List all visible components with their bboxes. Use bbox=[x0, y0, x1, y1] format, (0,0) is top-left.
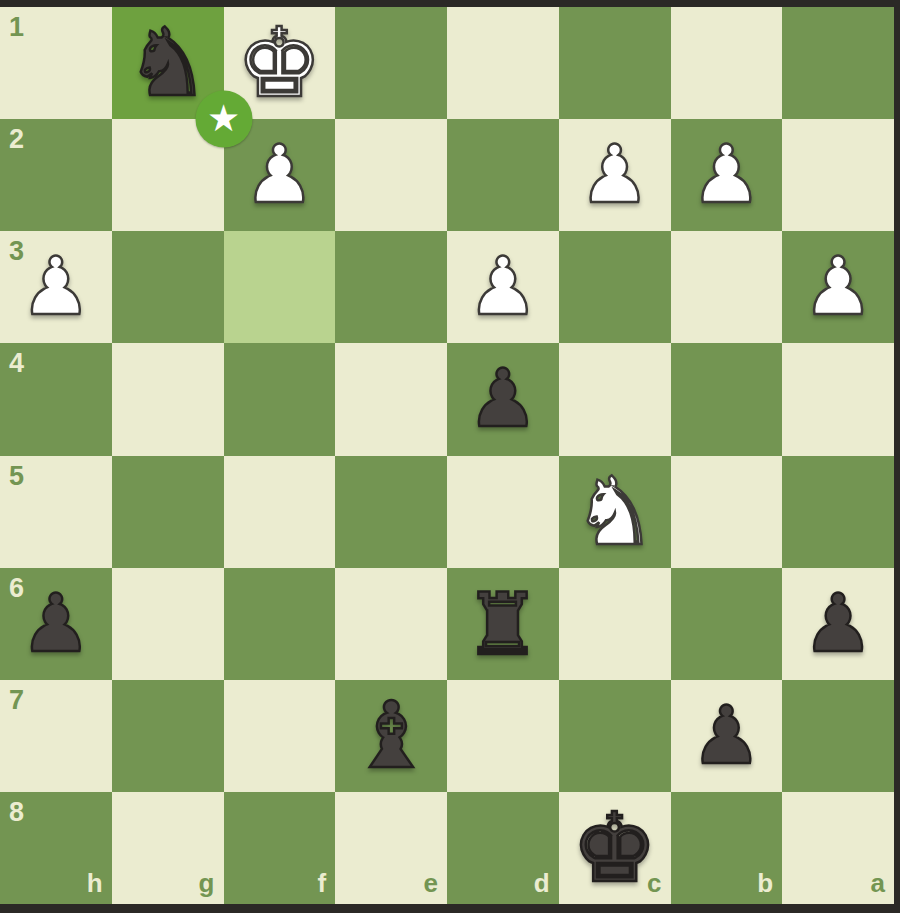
square-e2[interactable] bbox=[335, 119, 447, 231]
square-e8[interactable]: e bbox=[335, 792, 447, 904]
file-label-a: a bbox=[871, 868, 885, 899]
square-g5[interactable] bbox=[112, 456, 224, 568]
square-d8[interactable]: d bbox=[447, 792, 559, 904]
rank-label-5: 5 bbox=[9, 461, 24, 492]
square-g3[interactable] bbox=[112, 231, 224, 343]
square-h8[interactable]: 8h bbox=[0, 792, 112, 904]
square-g8[interactable]: g bbox=[112, 792, 224, 904]
square-b1[interactable] bbox=[671, 7, 783, 119]
square-h4[interactable]: 4 bbox=[0, 343, 112, 455]
square-h7[interactable]: 7 bbox=[0, 680, 112, 792]
white-pawn-piece[interactable]: ♟ bbox=[559, 119, 671, 231]
file-label-c: c bbox=[647, 868, 661, 899]
white-pawn-piece[interactable]: ♟ bbox=[782, 231, 894, 343]
square-b3[interactable] bbox=[671, 231, 783, 343]
file-label-h: h bbox=[87, 868, 103, 899]
square-d4[interactable]: ♟ bbox=[447, 343, 559, 455]
square-f5[interactable] bbox=[224, 456, 336, 568]
square-c3[interactable] bbox=[559, 231, 671, 343]
rank-label-6: 6 bbox=[9, 573, 24, 604]
file-label-f: f bbox=[318, 868, 327, 899]
square-d6[interactable]: ♜ bbox=[447, 568, 559, 680]
black-pawn-piece[interactable]: ♟ bbox=[671, 680, 783, 792]
square-h1[interactable]: 1 bbox=[0, 7, 112, 119]
black-rook-piece[interactable]: ♜ bbox=[447, 568, 559, 680]
file-label-e: e bbox=[424, 868, 438, 899]
square-f7[interactable] bbox=[224, 680, 336, 792]
chess-board: 1♞★♚2♟♟♟3♟♟♟4♟5♞6♟♜♟7♝♟8hgfedc♚ba bbox=[0, 7, 894, 904]
star-icon: ★ bbox=[207, 99, 240, 136]
square-a6[interactable]: ♟ bbox=[782, 568, 894, 680]
square-d1[interactable] bbox=[447, 7, 559, 119]
square-h6[interactable]: 6♟ bbox=[0, 568, 112, 680]
square-a4[interactable] bbox=[782, 343, 894, 455]
square-e7[interactable]: ♝ bbox=[335, 680, 447, 792]
square-c1[interactable] bbox=[559, 7, 671, 119]
white-knight-piece[interactable]: ♞ bbox=[559, 456, 671, 568]
square-a8[interactable]: a bbox=[782, 792, 894, 904]
rank-label-7: 7 bbox=[9, 685, 24, 716]
file-label-d: d bbox=[534, 868, 550, 899]
square-a5[interactable] bbox=[782, 456, 894, 568]
square-f3[interactable] bbox=[224, 231, 336, 343]
square-f8[interactable]: f bbox=[224, 792, 336, 904]
square-e3[interactable] bbox=[335, 231, 447, 343]
rank-label-8: 8 bbox=[9, 797, 24, 828]
square-d5[interactable] bbox=[447, 456, 559, 568]
square-e6[interactable] bbox=[335, 568, 447, 680]
best-move-star-badge: ★ bbox=[195, 91, 252, 148]
page-background: { "game": "chess", "position": { "fen": … bbox=[0, 0, 900, 913]
square-g4[interactable] bbox=[112, 343, 224, 455]
square-e1[interactable] bbox=[335, 7, 447, 119]
square-b4[interactable] bbox=[671, 343, 783, 455]
black-pawn-piece[interactable]: ♟ bbox=[782, 568, 894, 680]
square-c8[interactable]: c♚ bbox=[559, 792, 671, 904]
square-g6[interactable] bbox=[112, 568, 224, 680]
square-b2[interactable]: ♟ bbox=[671, 119, 783, 231]
white-pawn-piece[interactable]: ♟ bbox=[447, 231, 559, 343]
rank-label-2: 2 bbox=[9, 124, 24, 155]
square-h5[interactable]: 5 bbox=[0, 456, 112, 568]
square-c7[interactable] bbox=[559, 680, 671, 792]
file-label-b: b bbox=[757, 868, 773, 899]
black-pawn-piece[interactable]: ♟ bbox=[447, 343, 559, 455]
square-b8[interactable]: b bbox=[671, 792, 783, 904]
square-b7[interactable]: ♟ bbox=[671, 680, 783, 792]
black-bishop-piece[interactable]: ♝ bbox=[335, 680, 447, 792]
square-g1[interactable]: ♞★ bbox=[112, 7, 224, 119]
square-f6[interactable] bbox=[224, 568, 336, 680]
square-g7[interactable] bbox=[112, 680, 224, 792]
square-b6[interactable] bbox=[671, 568, 783, 680]
square-d7[interactable] bbox=[447, 680, 559, 792]
square-f4[interactable] bbox=[224, 343, 336, 455]
rank-label-1: 1 bbox=[9, 12, 24, 43]
square-e5[interactable] bbox=[335, 456, 447, 568]
square-h3[interactable]: 3♟ bbox=[0, 231, 112, 343]
square-e4[interactable] bbox=[335, 343, 447, 455]
square-d2[interactable] bbox=[447, 119, 559, 231]
rank-label-4: 4 bbox=[9, 348, 24, 379]
square-a3[interactable]: ♟ bbox=[782, 231, 894, 343]
square-a1[interactable] bbox=[782, 7, 894, 119]
square-c2[interactable]: ♟ bbox=[559, 119, 671, 231]
square-d3[interactable]: ♟ bbox=[447, 231, 559, 343]
square-c6[interactable] bbox=[559, 568, 671, 680]
rank-label-3: 3 bbox=[9, 236, 24, 267]
file-label-g: g bbox=[199, 868, 215, 899]
square-h2[interactable]: 2 bbox=[0, 119, 112, 231]
square-c5[interactable]: ♞ bbox=[559, 456, 671, 568]
square-a2[interactable] bbox=[782, 119, 894, 231]
square-a7[interactable] bbox=[782, 680, 894, 792]
square-b5[interactable] bbox=[671, 456, 783, 568]
square-c4[interactable] bbox=[559, 343, 671, 455]
white-pawn-piece[interactable]: ♟ bbox=[671, 119, 783, 231]
